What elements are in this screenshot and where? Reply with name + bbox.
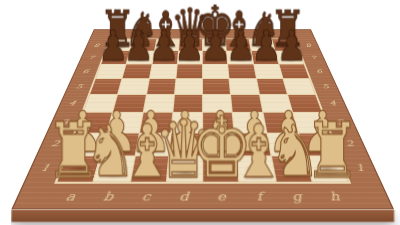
file-label-g: g bbox=[290, 189, 303, 203]
square-a1[interactable]: ♜ bbox=[58, 156, 100, 181]
square-e1[interactable]: ♚ bbox=[203, 156, 238, 181]
rank-label-left-7: 7 bbox=[88, 55, 96, 60]
square-g7[interactable]: ♟ bbox=[251, 51, 278, 64]
square-h5[interactable] bbox=[283, 79, 315, 94]
file-label-a: a bbox=[64, 189, 77, 203]
chess-board: ♜♞♝♛♚♝♞♜♟♟♟♟♟♟♟♟♟♟♟♟♟♟♟♟♜♞♝♛♚♝♞♜ abcdefg… bbox=[11, 29, 394, 209]
board-side-edge bbox=[11, 210, 394, 222]
rank-label-right-8: 8 bbox=[305, 43, 312, 48]
square-g5[interactable] bbox=[256, 79, 286, 94]
playing-area: ♜♞♝♛♚♝♞♜♟♟♟♟♟♟♟♟♟♟♟♟♟♟♟♟♜♞♝♛♚♝♞♜ bbox=[54, 39, 351, 184]
white-rook-h1[interactable]: ♜ bbox=[305, 113, 361, 189]
square-b5[interactable] bbox=[118, 79, 148, 94]
square-c5[interactable] bbox=[147, 79, 176, 94]
square-e7[interactable]: ♟ bbox=[203, 51, 228, 64]
square-d7[interactable]: ♟ bbox=[178, 51, 202, 64]
rank-label-left-6: 6 bbox=[82, 68, 90, 74]
file-label-e: e bbox=[217, 189, 226, 203]
square-f5[interactable] bbox=[230, 79, 259, 94]
square-f7[interactable]: ♟ bbox=[227, 51, 253, 64]
rank-label-left-5: 5 bbox=[75, 83, 84, 89]
board-grid: ♜♞♝♛♚♝♞♜♟♟♟♟♟♟♟♟♟♟♟♟♟♟♟♟♜♞♝♛♚♝♞♜ bbox=[58, 39, 348, 181]
file-label-c: c bbox=[141, 189, 151, 203]
rank-label-right-5: 5 bbox=[321, 83, 330, 89]
file-label-d: d bbox=[179, 189, 189, 203]
file-label-f: f bbox=[255, 189, 262, 203]
rank-label-right-6: 6 bbox=[315, 68, 323, 74]
white-king-e1[interactable]: ♚ bbox=[190, 105, 252, 189]
white-rook-a1[interactable]: ♜ bbox=[45, 113, 101, 189]
chessboard-photo: ♜♞♝♛♚♝♞♜♟♟♟♟♟♟♟♟♟♟♟♟♟♟♟♟♜♞♝♛♚♝♞♜ abcdefg… bbox=[0, 0, 400, 225]
rank-label-right-7: 7 bbox=[310, 55, 318, 60]
square-h1[interactable]: ♜ bbox=[305, 156, 347, 181]
file-label-h: h bbox=[327, 189, 341, 203]
square-d5[interactable] bbox=[175, 79, 202, 94]
square-a5[interactable] bbox=[90, 79, 122, 94]
file-label-b: b bbox=[102, 189, 115, 203]
square-e5[interactable] bbox=[203, 79, 230, 94]
black-pawn-h7[interactable]: ♟ bbox=[277, 25, 308, 67]
square-h7[interactable]: ♟ bbox=[275, 51, 303, 64]
